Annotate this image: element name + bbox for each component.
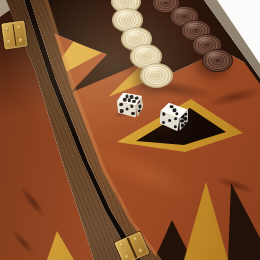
hinge-screw xyxy=(7,40,12,45)
hinge-screw xyxy=(19,38,24,43)
wood-grain xyxy=(67,121,223,224)
brass-hinge-bottom xyxy=(114,231,149,260)
brass-hinge-top xyxy=(1,21,27,50)
wood-grain xyxy=(10,176,54,227)
hinge-screw xyxy=(17,25,22,30)
backgammon-board-photo xyxy=(0,0,260,260)
hinge-screw xyxy=(133,236,138,241)
hinge-screw xyxy=(124,254,129,259)
hinge-screw xyxy=(5,27,10,32)
checker-white-5[interactable] xyxy=(140,63,173,88)
die-right[interactable] xyxy=(160,103,189,132)
wood-grain xyxy=(3,221,43,260)
checker-brown-5[interactable] xyxy=(202,49,233,72)
hinge-screw xyxy=(119,242,124,247)
wood-grain xyxy=(204,169,260,201)
wood-grain xyxy=(195,79,260,115)
hinge-screw xyxy=(138,248,143,253)
die-left[interactable] xyxy=(116,91,144,119)
